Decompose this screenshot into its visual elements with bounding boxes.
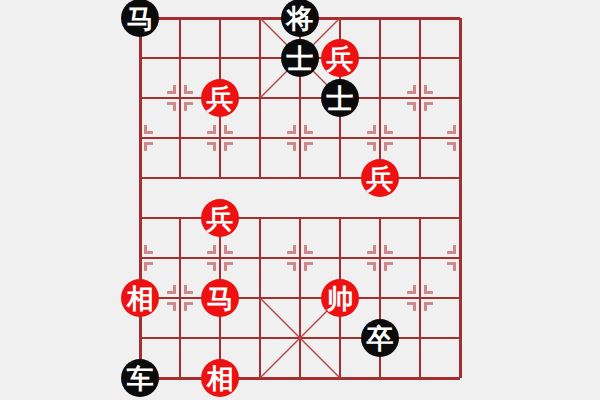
piece-red-soldier[interactable]: 兵: [201, 199, 239, 237]
xiangqi-board[interactable]: 马将士兵兵士兵兵相马帅卒车相: [0, 0, 600, 400]
piece-black-advisor[interactable]: 士: [281, 39, 319, 77]
piece-black-chariot[interactable]: 车: [121, 359, 159, 397]
piece-red-soldier[interactable]: 兵: [361, 159, 399, 197]
piece-black-general[interactable]: 将: [281, 0, 319, 37]
piece-red-elephant[interactable]: 相: [201, 359, 239, 397]
screenshot-canvas: 马将士兵兵士兵兵相马帅卒车相: [0, 0, 600, 400]
piece-red-soldier[interactable]: 兵: [321, 39, 359, 77]
piece-black-horse[interactable]: 马: [121, 0, 159, 37]
piece-black-soldier[interactable]: 卒: [361, 319, 399, 357]
piece-red-horse[interactable]: 马: [201, 279, 239, 317]
piece-black-advisor[interactable]: 士: [321, 79, 359, 117]
piece-red-general[interactable]: 帅: [321, 279, 359, 317]
piece-red-soldier[interactable]: 兵: [201, 79, 239, 117]
piece-red-elephant[interactable]: 相: [121, 279, 159, 317]
